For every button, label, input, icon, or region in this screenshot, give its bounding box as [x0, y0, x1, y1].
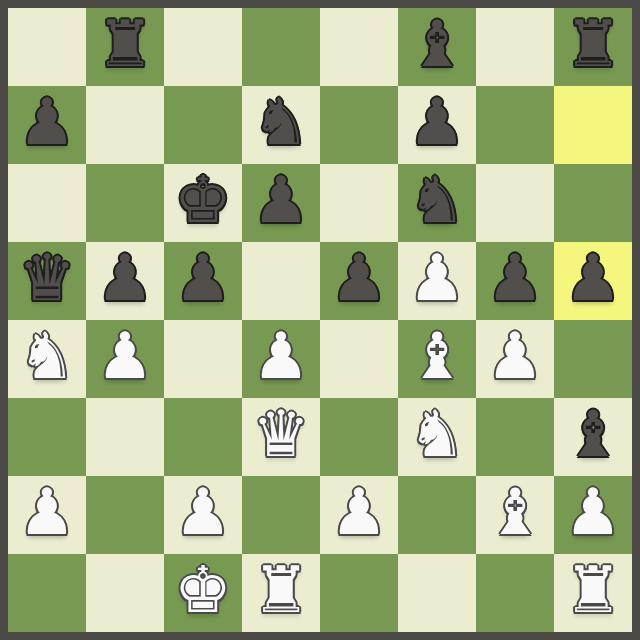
square-g2[interactable]: ♝	[476, 476, 554, 554]
piece-white-knight[interactable]: ♞	[18, 324, 75, 388]
square-h3[interactable]: ♝	[554, 398, 632, 476]
square-a7[interactable]: ♟	[8, 86, 86, 164]
square-d3[interactable]: ♛	[242, 398, 320, 476]
square-c6[interactable]: ♚	[164, 164, 242, 242]
square-d2[interactable]	[242, 476, 320, 554]
square-f1[interactable]	[398, 554, 476, 632]
square-h1[interactable]: ♜	[554, 554, 632, 632]
square-f6[interactable]: ♞	[398, 164, 476, 242]
square-b3[interactable]	[86, 398, 164, 476]
square-h7[interactable]	[554, 86, 632, 164]
piece-white-pawn[interactable]: ♟	[18, 480, 75, 544]
piece-black-pawn[interactable]: ♟	[174, 246, 231, 310]
square-b1[interactable]	[86, 554, 164, 632]
square-d7[interactable]: ♞	[242, 86, 320, 164]
piece-black-king[interactable]: ♚	[174, 168, 231, 232]
piece-black-pawn[interactable]: ♟	[96, 246, 153, 310]
piece-white-pawn[interactable]: ♟	[564, 480, 621, 544]
square-f5[interactable]: ♟	[398, 242, 476, 320]
square-a6[interactable]	[8, 164, 86, 242]
piece-white-pawn[interactable]: ♟	[96, 324, 153, 388]
square-e4[interactable]	[320, 320, 398, 398]
square-a5[interactable]: ♛	[8, 242, 86, 320]
piece-white-knight[interactable]: ♞	[408, 402, 465, 466]
square-e3[interactable]	[320, 398, 398, 476]
piece-white-pawn[interactable]: ♟	[486, 324, 543, 388]
square-e8[interactable]	[320, 8, 398, 86]
square-f8[interactable]: ♝	[398, 8, 476, 86]
square-f2[interactable]	[398, 476, 476, 554]
square-c4[interactable]	[164, 320, 242, 398]
square-g1[interactable]	[476, 554, 554, 632]
square-d1[interactable]: ♜	[242, 554, 320, 632]
piece-white-rook[interactable]: ♜	[252, 558, 309, 622]
piece-white-king[interactable]: ♚	[174, 558, 231, 622]
piece-white-pawn[interactable]: ♟	[174, 480, 231, 544]
piece-black-pawn[interactable]: ♟	[252, 168, 309, 232]
square-d6[interactable]: ♟	[242, 164, 320, 242]
square-g3[interactable]	[476, 398, 554, 476]
square-h2[interactable]: ♟	[554, 476, 632, 554]
square-a3[interactable]	[8, 398, 86, 476]
square-c3[interactable]	[164, 398, 242, 476]
square-c5[interactable]: ♟	[164, 242, 242, 320]
square-g4[interactable]: ♟	[476, 320, 554, 398]
square-c8[interactable]	[164, 8, 242, 86]
square-b4[interactable]: ♟	[86, 320, 164, 398]
square-g8[interactable]	[476, 8, 554, 86]
piece-black-pawn[interactable]: ♟	[18, 90, 75, 154]
square-b7[interactable]	[86, 86, 164, 164]
piece-white-queen[interactable]: ♛	[252, 402, 309, 466]
square-a4[interactable]: ♞	[8, 320, 86, 398]
square-e7[interactable]	[320, 86, 398, 164]
square-e1[interactable]	[320, 554, 398, 632]
square-g7[interactable]	[476, 86, 554, 164]
square-g6[interactable]	[476, 164, 554, 242]
square-a8[interactable]	[8, 8, 86, 86]
piece-black-pawn[interactable]: ♟	[564, 246, 621, 310]
square-a1[interactable]	[8, 554, 86, 632]
square-b8[interactable]: ♜	[86, 8, 164, 86]
piece-black-pawn[interactable]: ♟	[486, 246, 543, 310]
piece-black-bishop[interactable]: ♝	[564, 402, 621, 466]
square-c1[interactable]: ♚	[164, 554, 242, 632]
square-d8[interactable]	[242, 8, 320, 86]
square-f3[interactable]: ♞	[398, 398, 476, 476]
square-e5[interactable]: ♟	[320, 242, 398, 320]
square-h8[interactable]: ♜	[554, 8, 632, 86]
piece-black-queen[interactable]: ♛	[18, 246, 75, 310]
square-h4[interactable]	[554, 320, 632, 398]
piece-black-pawn[interactable]: ♟	[408, 90, 465, 154]
square-e6[interactable]	[320, 164, 398, 242]
chess-board: ♜♝♜♟♞♟♚♟♞♛♟♟♟♟♟♟♞♟♟♝♟♛♞♝♟♟♟♝♟♚♜♜	[8, 8, 632, 632]
piece-white-bishop[interactable]: ♝	[486, 480, 543, 544]
piece-white-pawn[interactable]: ♟	[330, 480, 387, 544]
square-f7[interactable]: ♟	[398, 86, 476, 164]
piece-black-knight[interactable]: ♞	[408, 168, 465, 232]
square-b6[interactable]	[86, 164, 164, 242]
square-a2[interactable]: ♟	[8, 476, 86, 554]
piece-black-rook[interactable]: ♜	[564, 12, 621, 76]
square-c7[interactable]	[164, 86, 242, 164]
piece-black-bishop[interactable]: ♝	[408, 12, 465, 76]
piece-black-pawn[interactable]: ♟	[330, 246, 387, 310]
square-b5[interactable]: ♟	[86, 242, 164, 320]
square-d4[interactable]: ♟	[242, 320, 320, 398]
square-b2[interactable]	[86, 476, 164, 554]
piece-white-rook[interactable]: ♜	[564, 558, 621, 622]
board-frame: ♜♝♜♟♞♟♚♟♞♛♟♟♟♟♟♟♞♟♟♝♟♛♞♝♟♟♟♝♟♚♜♜	[0, 0, 640, 640]
piece-white-pawn[interactable]: ♟	[408, 246, 465, 310]
square-h6[interactable]	[554, 164, 632, 242]
piece-black-knight[interactable]: ♞	[252, 90, 309, 154]
square-g5[interactable]: ♟	[476, 242, 554, 320]
square-d5[interactable]	[242, 242, 320, 320]
piece-white-pawn[interactable]: ♟	[252, 324, 309, 388]
square-e2[interactable]: ♟	[320, 476, 398, 554]
piece-black-rook[interactable]: ♜	[96, 12, 153, 76]
square-c2[interactable]: ♟	[164, 476, 242, 554]
piece-white-bishop[interactable]: ♝	[408, 324, 465, 388]
square-h5[interactable]: ♟	[554, 242, 632, 320]
square-f4[interactable]: ♝	[398, 320, 476, 398]
